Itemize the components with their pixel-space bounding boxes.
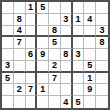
cell-r8c4[interactable]: 1 [37,84,49,96]
cell-r3c4[interactable] [37,26,49,38]
cell-r4c8[interactable] [84,37,96,49]
cell-r5c6[interactable]: 8 [61,49,73,61]
cell-r9c7[interactable]: 5 [73,96,85,108]
cell-r9c4[interactable] [37,96,49,108]
cell-r9c8[interactable] [84,96,96,108]
cell-r5c4[interactable]: 9 [37,49,49,61]
cell-r6c9[interactable] [96,61,108,73]
cell-r1c3[interactable]: 1 [26,2,38,14]
cell-r9c5[interactable] [49,96,61,108]
cell-r5c8[interactable] [84,49,96,61]
cell-r7c7[interactable] [73,73,85,85]
cell-r3c1[interactable] [2,26,14,38]
cell-r3c2[interactable]: 4 [14,26,26,38]
cell-r7c1[interactable]: 5 [2,73,14,85]
cell-r7c8[interactable]: 1 [84,73,96,85]
cell-r8c9[interactable] [96,84,108,96]
cell-r7c9[interactable] [96,73,108,85]
cell-r1c6[interactable] [61,2,73,14]
cell-r3c5[interactable]: 8 [49,26,61,38]
cell-r3c8[interactable] [84,26,96,38]
cell-r4c1[interactable] [2,37,14,49]
cell-r6c8[interactable]: 5 [84,61,96,73]
cell-r9c2[interactable] [14,96,26,108]
cell-r1c7[interactable] [73,2,85,14]
cell-r4c9[interactable]: 8 [96,37,108,49]
cell-r1c8[interactable] [84,2,96,14]
cell-r7c2[interactable] [14,73,26,85]
cell-r6c1[interactable]: 3 [2,61,14,73]
cell-r3c3[interactable] [26,26,38,38]
cell-r1c5[interactable] [49,2,61,14]
cell-r5c9[interactable] [96,49,108,61]
cell-r6c2[interactable] [14,61,26,73]
cell-r4c4[interactable] [37,37,49,49]
cell-r4c2[interactable]: 7 [14,37,26,49]
cell-r8c6[interactable] [61,84,73,96]
cell-r2c2[interactable]: 8 [14,14,26,26]
cell-r4c3[interactable] [26,37,38,49]
cell-r2c7[interactable]: 1 [73,14,85,26]
cell-r2c5[interactable] [49,14,61,26]
cell-r7c3[interactable] [26,73,38,85]
cell-r5c2[interactable] [14,49,26,61]
cell-r3c9[interactable]: 3 [96,26,108,38]
cell-r6c7[interactable] [73,61,85,73]
cell-r7c4[interactable] [37,73,49,85]
cell-r8c7[interactable] [73,84,85,96]
cell-r8c2[interactable]: 2 [14,84,26,96]
cell-r1c2[interactable] [14,2,26,14]
cell-r1c1[interactable] [2,2,14,14]
cell-r2c8[interactable]: 4 [84,14,96,26]
cell-r4c5[interactable]: 5 [49,37,61,49]
cell-r9c3[interactable] [26,96,38,108]
cell-r5c1[interactable] [2,49,14,61]
cell-r2c4[interactable] [37,14,49,26]
cell-r7c6[interactable] [61,73,73,85]
cell-r9c6[interactable]: 4 [61,96,73,108]
cell-r2c6[interactable]: 3 [61,14,73,26]
cell-r5c5[interactable] [49,49,61,61]
cell-r8c8[interactable]: 9 [84,84,96,96]
cell-r2c1[interactable] [2,14,14,26]
cell-r5c7[interactable]: 3 [73,49,85,61]
cell-r4c7[interactable] [73,37,85,49]
cell-r4c6[interactable] [61,37,73,49]
cell-r8c3[interactable]: 7 [26,84,38,96]
cell-r7c5[interactable]: 7 [49,73,61,85]
cell-r2c9[interactable] [96,14,108,26]
cell-r6c6[interactable] [61,61,73,73]
cell-r3c7[interactable] [73,26,85,38]
cell-r8c1[interactable] [2,84,14,96]
cell-r5c3[interactable]: 6 [26,49,38,61]
cell-r9c1[interactable] [2,96,14,108]
sudoku-board: 1583144837586983325571271945 [0,0,110,110]
cell-r6c3[interactable] [26,61,38,73]
cell-r2c3[interactable] [26,14,38,26]
cell-r9c9[interactable] [96,96,108,108]
cell-r8c5[interactable] [49,84,61,96]
cell-r6c4[interactable] [37,61,49,73]
cell-r6c5[interactable]: 2 [49,61,61,73]
cell-r1c9[interactable] [96,2,108,14]
cell-r3c6[interactable] [61,26,73,38]
cell-r1c4[interactable]: 5 [37,2,49,14]
